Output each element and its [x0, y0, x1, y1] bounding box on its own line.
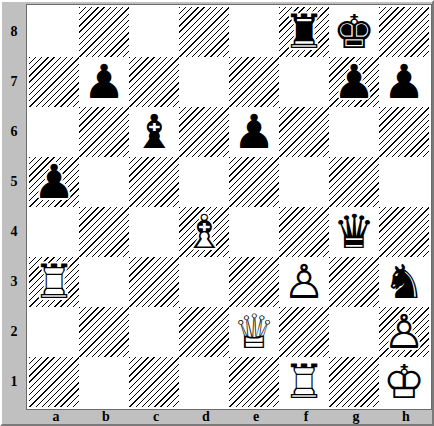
square-d5[interactable]: [179, 157, 229, 207]
piece-black-pawn[interactable]: ♟♟: [379, 57, 429, 107]
square-e1[interactable]: [229, 357, 279, 407]
piece-white-king[interactable]: ♚♔: [379, 357, 429, 407]
file-label-e: e: [231, 410, 281, 424]
rank-label-3: 3: [2, 257, 26, 307]
square-h3[interactable]: ♞♞: [379, 257, 429, 307]
square-b8[interactable]: [79, 7, 129, 57]
piece-fill-layer: ♜: [279, 356, 329, 406]
square-a2[interactable]: [29, 307, 79, 357]
file-label-a: a: [31, 410, 81, 424]
piece-glyph: ♟: [329, 56, 379, 106]
square-a6[interactable]: [29, 107, 79, 157]
file-label-d: d: [181, 410, 231, 424]
piece-fill-layer: ♜: [29, 256, 79, 306]
board-frame: ♜♜♚♚♟♟♟♟♟♟♝♝♟♟♟♟♝♗♛♛♜♖♟♙♞♞♛♕♟♙♜♖♚♔: [26, 4, 432, 410]
square-g7[interactable]: ♟♟: [329, 57, 379, 107]
rank-labels: 87654321: [2, 7, 26, 407]
piece-glyph: ♟: [79, 56, 129, 106]
square-f7[interactable]: [279, 57, 329, 107]
file-label-g: g: [331, 410, 381, 424]
square-e2[interactable]: ♛♕: [229, 307, 279, 357]
piece-fill-layer: ♟: [329, 56, 379, 106]
file-label-b: b: [81, 410, 131, 424]
square-h5[interactable]: [379, 157, 429, 207]
piece-fill-layer: ♚: [379, 356, 429, 406]
piece-glyph: ♖: [279, 356, 329, 406]
rank-label-4: 4: [2, 207, 26, 257]
piece-black-rook[interactable]: ♜♜: [279, 7, 329, 57]
square-f1[interactable]: ♜♖: [279, 357, 329, 407]
piece-black-pawn[interactable]: ♟♟: [29, 157, 79, 207]
piece-glyph: ♟: [229, 106, 279, 156]
square-e8[interactable]: [229, 7, 279, 57]
square-c3[interactable]: [129, 257, 179, 307]
square-a5[interactable]: ♟♟: [29, 157, 79, 207]
piece-fill-layer: ♝: [129, 106, 179, 156]
square-d6[interactable]: [179, 107, 229, 157]
square-e4[interactable]: [229, 207, 279, 257]
square-f8[interactable]: ♜♜: [279, 7, 329, 57]
piece-fill-layer: ♚: [329, 6, 379, 56]
piece-fill-layer: ♟: [229, 106, 279, 156]
square-h2[interactable]: ♟♙: [379, 307, 429, 357]
square-h4[interactable]: [379, 207, 429, 257]
square-c4[interactable]: [129, 207, 179, 257]
square-g2[interactable]: [329, 307, 379, 357]
piece-glyph: ♟: [29, 156, 79, 206]
piece-fill-layer: ♟: [79, 56, 129, 106]
square-b4[interactable]: [79, 207, 129, 257]
square-d7[interactable]: [179, 57, 229, 107]
square-g6[interactable]: [329, 107, 379, 157]
piece-glyph: ♕: [229, 306, 279, 356]
square-e6[interactable]: ♟♟: [229, 107, 279, 157]
square-d1[interactable]: [179, 357, 229, 407]
chess-diagram-panel: 87654321 ♜♜♚♚♟♟♟♟♟♟♝♝♟♟♟♟♝♗♛♛♜♖♟♙♞♞♛♕♟♙♜…: [0, 0, 434, 426]
piece-glyph: ♚: [329, 6, 379, 56]
piece-glyph: ♙: [279, 256, 329, 306]
piece-glyph: ♝: [129, 106, 179, 156]
rank-label-8: 8: [2, 7, 26, 57]
square-a4[interactable]: [29, 207, 79, 257]
square-g4[interactable]: ♛♛: [329, 207, 379, 257]
square-a1[interactable]: [29, 357, 79, 407]
square-e5[interactable]: [229, 157, 279, 207]
file-label-c: c: [131, 410, 181, 424]
square-g5[interactable]: [329, 157, 379, 207]
piece-white-bishop[interactable]: ♝♗: [179, 207, 229, 257]
square-d3[interactable]: [179, 257, 229, 307]
square-b1[interactable]: [79, 357, 129, 407]
square-d4[interactable]: ♝♗: [179, 207, 229, 257]
piece-black-bishop[interactable]: ♝♝: [129, 107, 179, 157]
piece-black-pawn[interactable]: ♟♟: [229, 107, 279, 157]
piece-glyph: ♗: [179, 206, 229, 256]
square-c1[interactable]: [129, 357, 179, 407]
square-e3[interactable]: [229, 257, 279, 307]
piece-white-pawn[interactable]: ♟♙: [279, 257, 329, 307]
square-c6[interactable]: ♝♝: [129, 107, 179, 157]
piece-glyph: ♞: [379, 256, 429, 306]
square-b7[interactable]: ♟♟: [79, 57, 129, 107]
square-c5[interactable]: [129, 157, 179, 207]
piece-fill-layer: ♟: [279, 256, 329, 306]
square-g3[interactable]: [329, 257, 379, 307]
square-a8[interactable]: [29, 7, 79, 57]
rank-label-7: 7: [2, 57, 26, 107]
square-g8[interactable]: ♚♚: [329, 7, 379, 57]
piece-white-queen[interactable]: ♛♕: [229, 307, 279, 357]
chess-board: ♜♜♚♚♟♟♟♟♟♟♝♝♟♟♟♟♝♗♛♛♜♖♟♙♞♞♛♕♟♙♜♖♚♔: [29, 7, 429, 407]
piece-fill-layer: ♟: [379, 306, 429, 356]
piece-fill-layer: ♟: [379, 56, 429, 106]
piece-black-queen[interactable]: ♛♛: [329, 207, 379, 257]
file-label-f: f: [281, 410, 331, 424]
square-d2[interactable]: [179, 307, 229, 357]
piece-glyph: ♖: [29, 256, 79, 306]
piece-glyph: ♜: [279, 6, 329, 56]
piece-white-rook[interactable]: ♜♖: [279, 357, 329, 407]
piece-glyph: ♛: [329, 206, 379, 256]
square-c8[interactable]: [129, 7, 179, 57]
piece-glyph: ♙: [379, 306, 429, 356]
file-label-h: h: [381, 410, 431, 424]
square-b5[interactable]: [79, 157, 129, 207]
square-f4[interactable]: [279, 207, 329, 257]
square-f2[interactable]: [279, 307, 329, 357]
piece-glyph: ♔: [379, 356, 429, 406]
piece-black-knight[interactable]: ♞♞: [379, 257, 429, 307]
rank-label-5: 5: [2, 157, 26, 207]
rank-label-1: 1: [2, 357, 26, 407]
square-c2[interactable]: [129, 307, 179, 357]
square-f5[interactable]: [279, 157, 329, 207]
file-labels: abcdefgh: [31, 410, 431, 424]
square-h1[interactable]: ♚♔: [379, 357, 429, 407]
square-g1[interactable]: [329, 357, 379, 407]
piece-fill-layer: ♝: [179, 206, 229, 256]
rank-label-6: 6: [2, 107, 26, 157]
piece-black-king[interactable]: ♚♚: [329, 7, 379, 57]
piece-black-pawn[interactable]: ♟♟: [329, 57, 379, 107]
square-f3[interactable]: ♟♙: [279, 257, 329, 307]
piece-white-pawn[interactable]: ♟♙: [379, 307, 429, 357]
square-h8[interactable]: [379, 7, 429, 57]
piece-black-pawn[interactable]: ♟♟: [79, 57, 129, 107]
piece-glyph: ♟: [379, 56, 429, 106]
square-b6[interactable]: [79, 107, 129, 157]
square-a7[interactable]: [29, 57, 79, 107]
square-b2[interactable]: [79, 307, 129, 357]
piece-fill-layer: ♛: [329, 206, 379, 256]
square-d8[interactable]: [179, 7, 229, 57]
rank-label-2: 2: [2, 307, 26, 357]
piece-fill-layer: ♛: [229, 306, 279, 356]
piece-fill-layer: ♞: [379, 256, 429, 306]
piece-fill-layer: ♜: [279, 6, 329, 56]
square-f6[interactable]: [279, 107, 329, 157]
square-h7[interactable]: ♟♟: [379, 57, 429, 107]
piece-fill-layer: ♟: [29, 156, 79, 206]
square-a3[interactable]: ♜♖: [29, 257, 79, 307]
square-b3[interactable]: [79, 257, 129, 307]
piece-white-rook[interactable]: ♜♖: [29, 257, 79, 307]
square-h6[interactable]: [379, 107, 429, 157]
square-c7[interactable]: [129, 57, 179, 107]
square-e7[interactable]: [229, 57, 279, 107]
